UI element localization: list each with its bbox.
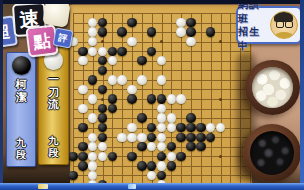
stone-black	[186, 27, 195, 36]
star-point	[219, 40, 222, 43]
stone-black	[186, 113, 195, 122]
grid-line-v	[201, 13, 202, 186]
stone-white	[88, 94, 97, 103]
stone-black	[68, 171, 77, 180]
taskbar-icon[interactable]	[128, 184, 136, 189]
stone-black	[78, 142, 87, 151]
stone-white	[88, 152, 97, 161]
stone-white	[137, 133, 146, 142]
stone-white	[186, 37, 195, 46]
stone-white	[147, 142, 156, 151]
banner-char: 柯	[16, 78, 27, 91]
stone-black	[68, 152, 77, 161]
banner-char: 九	[16, 137, 26, 149]
stone-black	[78, 152, 87, 161]
stone-white	[78, 104, 87, 113]
stone-white	[157, 75, 166, 84]
stone-black	[117, 47, 126, 56]
stone-black	[137, 161, 146, 170]
badge-line2: 招生中	[238, 25, 270, 52]
star-point	[101, 98, 104, 101]
banner-char: 段	[49, 147, 59, 159]
avatar-body	[275, 32, 293, 39]
black-stones-bowl	[243, 124, 301, 182]
stone-black	[78, 123, 87, 132]
stone-black	[167, 161, 176, 170]
stone-black	[108, 152, 117, 161]
stone-white	[167, 113, 176, 122]
stone-white	[157, 104, 166, 113]
stone-white	[127, 133, 136, 142]
stone-black	[137, 56, 146, 65]
stone-white	[216, 123, 225, 132]
stone-white	[88, 142, 97, 151]
stone-black	[157, 152, 166, 161]
stone-black	[147, 94, 156, 103]
stone-black	[167, 142, 176, 151]
stone-black	[176, 133, 185, 142]
star-point	[219, 155, 222, 158]
black-player-name: 柯潔	[16, 78, 27, 103]
stone-white	[167, 123, 176, 132]
stone-white	[88, 37, 97, 46]
stone-white	[157, 161, 166, 170]
stone-white	[167, 94, 176, 103]
white-stones-in-bowl	[252, 67, 293, 108]
stone-white	[157, 133, 166, 142]
training-class-badge[interactable]: 網訓班 招生中	[236, 6, 302, 44]
stone-black	[98, 56, 107, 65]
stone-white	[137, 75, 146, 84]
window-border-top	[0, 0, 304, 4]
stone-black	[98, 104, 107, 113]
stone-black	[196, 142, 205, 151]
stone-black	[196, 133, 205, 142]
avatar-glasses	[276, 21, 284, 28]
stone-white	[147, 171, 156, 180]
banner-char: 一	[48, 73, 59, 86]
stone-white	[88, 18, 97, 27]
stone-black	[137, 142, 146, 151]
logo-tile-ping: 評	[53, 28, 74, 49]
stone-black	[186, 123, 195, 132]
stone-black	[98, 85, 107, 94]
stone-black	[176, 123, 185, 132]
stone-white	[176, 18, 185, 27]
white-player-rank: 九段	[49, 135, 59, 158]
stone-black	[176, 152, 185, 161]
channel-logo: 超 速 點 評	[0, 0, 78, 52]
window-border-left	[0, 0, 3, 190]
teacher-avatar	[270, 11, 298, 39]
stone-black	[108, 94, 117, 103]
stone-black	[127, 152, 136, 161]
stone-white	[157, 123, 166, 132]
stone-black	[88, 75, 97, 84]
stone-black	[147, 27, 156, 36]
black-stone-icon	[12, 56, 31, 75]
stone-white	[117, 75, 126, 84]
stone-black	[186, 133, 195, 142]
stone-white	[157, 113, 166, 122]
stone-black	[196, 123, 205, 132]
banner-char: 段	[16, 149, 26, 161]
stone-white	[88, 161, 97, 170]
stone-black	[98, 27, 107, 36]
stone-black	[78, 47, 87, 56]
stone-white	[176, 27, 185, 36]
stone-white	[176, 94, 185, 103]
stone-black	[137, 113, 146, 122]
stone-white	[157, 56, 166, 65]
banner-char: 流	[48, 98, 59, 111]
stone-white	[108, 56, 117, 65]
stone-black	[98, 133, 107, 142]
stone-white	[78, 56, 87, 65]
stone-white	[157, 142, 166, 151]
stone-black	[206, 27, 215, 36]
stone-white	[88, 113, 97, 122]
stone-black	[98, 18, 107, 27]
stone-black	[98, 113, 107, 122]
grid-line-v	[211, 13, 212, 186]
star-point	[219, 98, 222, 101]
banner-char: 刀	[48, 86, 59, 99]
stone-black	[108, 104, 117, 113]
stone-black	[186, 142, 195, 151]
stone-white	[206, 123, 215, 132]
stone-white	[117, 133, 126, 142]
banner-char: 九	[49, 135, 59, 147]
go-board	[70, 5, 252, 188]
stone-black	[117, 27, 126, 36]
stone-white	[88, 47, 97, 56]
window-border-right	[300, 0, 304, 190]
stone-black	[147, 161, 156, 170]
black-player-rank: 九段	[16, 137, 26, 160]
stone-white	[127, 37, 136, 46]
stone-white	[167, 152, 176, 161]
black-stones-in-bowl	[250, 131, 294, 175]
training-class-text: 網訓班 招生中	[238, 0, 270, 52]
stone-black	[98, 66, 107, 75]
stone-white	[78, 85, 87, 94]
stone-white	[98, 47, 107, 56]
stone-black	[127, 94, 136, 103]
stone-white	[98, 142, 107, 151]
white-player-banner: 一刀流 九段	[38, 47, 69, 165]
stone-white	[88, 171, 97, 180]
stone-white	[127, 123, 136, 132]
stone-black	[147, 133, 156, 142]
star-point	[160, 40, 163, 43]
stone-black	[108, 47, 117, 56]
video-frame: 柯潔 九段 一刀流 九段 超 速 點 評 網訓班 招生中	[0, 0, 304, 190]
white-player-name: 一刀流	[48, 73, 59, 111]
stone-black	[127, 18, 136, 27]
stone-white	[88, 133, 97, 142]
grid-line-v	[230, 13, 231, 186]
stone-black	[98, 123, 107, 132]
banner-char: 潔	[16, 91, 27, 104]
taskbar-icon[interactable]	[38, 184, 48, 189]
stone-black	[147, 123, 156, 132]
star-point	[101, 40, 104, 43]
white-stones-bowl	[245, 60, 300, 115]
black-player-banner: 柯潔 九段	[6, 52, 36, 167]
stone-black	[147, 47, 156, 56]
stone-black	[157, 171, 166, 180]
logo-white-stone-tile	[42, 0, 71, 28]
stone-white	[88, 27, 97, 36]
stone-black	[157, 94, 166, 103]
stone-white	[108, 75, 117, 84]
stone-black	[186, 18, 195, 27]
stone-white	[98, 152, 107, 161]
stone-white	[127, 85, 136, 94]
stone-black	[78, 161, 87, 170]
stone-black	[206, 133, 215, 142]
